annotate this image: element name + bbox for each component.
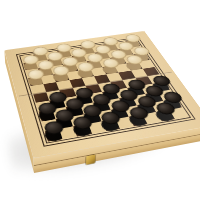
checker-piece-light[interactable] (77, 61, 96, 72)
dark-square[interactable] (28, 76, 43, 86)
dark-square[interactable] (45, 129, 63, 142)
checker-piece-light[interactable] (26, 69, 45, 81)
dark-square[interactable] (156, 110, 175, 122)
checkers-board (4, 31, 200, 158)
dark-square[interactable] (74, 124, 92, 137)
checker-piece-light[interactable] (125, 54, 145, 65)
dark-square[interactable] (102, 119, 121, 131)
checker-piece-dark[interactable] (37, 102, 58, 116)
checker-piece-dark[interactable] (128, 106, 151, 120)
product-photo (0, 0, 200, 200)
checker-piece-dark[interactable] (72, 116, 94, 131)
checker-piece-dark[interactable] (100, 111, 123, 126)
dark-square[interactable] (129, 114, 148, 126)
perspective-space (16, 2, 180, 166)
pinstripe-border-inner (19, 39, 191, 144)
playing-grid (21, 40, 188, 141)
dark-square[interactable] (39, 110, 56, 122)
pinstripe-border-outer (16, 37, 196, 146)
checker-piece-light[interactable] (101, 58, 121, 69)
brass-clasp-front (86, 155, 95, 165)
checker-piece-dark[interactable] (155, 102, 178, 116)
